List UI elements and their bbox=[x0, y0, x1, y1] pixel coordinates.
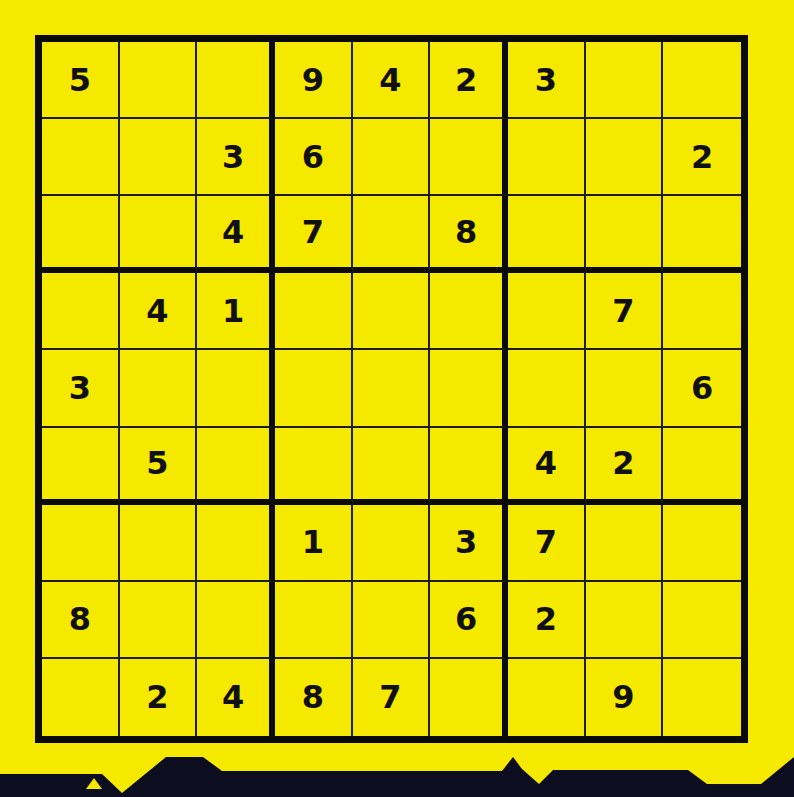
cell-r8c2[interactable] bbox=[120, 582, 198, 659]
trim-dark-band bbox=[0, 757, 794, 797]
cell-r9c1[interactable] bbox=[42, 659, 120, 736]
given-digit: 3 bbox=[69, 372, 91, 404]
cell-r7c6[interactable]: 3 bbox=[430, 505, 508, 582]
cell-r6c6[interactable] bbox=[430, 428, 508, 505]
cell-r6c7[interactable]: 4 bbox=[508, 428, 586, 505]
given-digit: 8 bbox=[69, 603, 91, 635]
cell-r4c9[interactable] bbox=[663, 273, 741, 350]
cell-r9c5[interactable]: 7 bbox=[353, 659, 431, 736]
cell-r4c8[interactable]: 7 bbox=[586, 273, 664, 350]
cell-r7c2[interactable] bbox=[120, 505, 198, 582]
cell-r2c2[interactable] bbox=[120, 119, 198, 196]
given-digit: 7 bbox=[535, 526, 557, 558]
cell-r9c4[interactable]: 8 bbox=[275, 659, 353, 736]
given-digit: 4 bbox=[535, 447, 557, 479]
cell-r8c3[interactable] bbox=[197, 582, 275, 659]
cell-r4c6[interactable] bbox=[430, 273, 508, 350]
cell-r5c9[interactable]: 6 bbox=[663, 350, 741, 427]
cell-r8c8[interactable] bbox=[586, 582, 664, 659]
given-digit: 4 bbox=[146, 295, 168, 327]
cell-r6c4[interactable] bbox=[275, 428, 353, 505]
cell-r9c9[interactable] bbox=[663, 659, 741, 736]
cell-r3c2[interactable] bbox=[120, 196, 198, 273]
given-digit: 7 bbox=[612, 295, 634, 327]
given-digit: 8 bbox=[455, 216, 477, 248]
cell-r9c2[interactable]: 2 bbox=[120, 659, 198, 736]
cell-r7c4[interactable]: 1 bbox=[275, 505, 353, 582]
given-digit: 6 bbox=[302, 141, 324, 173]
cell-r4c4[interactable] bbox=[275, 273, 353, 350]
cell-r3c3[interactable]: 4 bbox=[197, 196, 275, 273]
cell-r1c6[interactable]: 2 bbox=[430, 42, 508, 119]
cell-r1c7[interactable]: 3 bbox=[508, 42, 586, 119]
cell-r3c6[interactable]: 8 bbox=[430, 196, 508, 273]
cell-r6c3[interactable] bbox=[197, 428, 275, 505]
cell-r1c8[interactable] bbox=[586, 42, 664, 119]
cell-r3c9[interactable] bbox=[663, 196, 741, 273]
cell-r2c5[interactable] bbox=[353, 119, 431, 196]
cell-r6c1[interactable] bbox=[42, 428, 120, 505]
given-digit: 4 bbox=[222, 216, 244, 248]
cell-r8c5[interactable] bbox=[353, 582, 431, 659]
cell-r4c3[interactable]: 1 bbox=[197, 273, 275, 350]
cell-r6c8[interactable]: 2 bbox=[586, 428, 664, 505]
given-digit: 2 bbox=[146, 681, 168, 713]
given-digit: 7 bbox=[302, 216, 324, 248]
cell-r3c4[interactable]: 7 bbox=[275, 196, 353, 273]
cell-r7c3[interactable] bbox=[197, 505, 275, 582]
cell-r7c7[interactable]: 7 bbox=[508, 505, 586, 582]
cell-r2c9[interactable]: 2 bbox=[663, 119, 741, 196]
cell-r5c5[interactable] bbox=[353, 350, 431, 427]
cell-r4c1[interactable] bbox=[42, 273, 120, 350]
given-digit: 6 bbox=[691, 372, 713, 404]
cell-r5c7[interactable] bbox=[508, 350, 586, 427]
given-digit: 3 bbox=[222, 141, 244, 173]
cell-r7c5[interactable] bbox=[353, 505, 431, 582]
cell-r4c2[interactable]: 4 bbox=[120, 273, 198, 350]
cell-r5c2[interactable] bbox=[120, 350, 198, 427]
cell-r7c8[interactable] bbox=[586, 505, 664, 582]
cell-r2c1[interactable] bbox=[42, 119, 120, 196]
cell-r1c5[interactable]: 4 bbox=[353, 42, 431, 119]
given-digit: 2 bbox=[612, 447, 634, 479]
given-digit: 9 bbox=[612, 681, 634, 713]
cell-r2c8[interactable] bbox=[586, 119, 664, 196]
cell-r5c4[interactable] bbox=[275, 350, 353, 427]
cell-r4c7[interactable] bbox=[508, 273, 586, 350]
cell-r9c7[interactable] bbox=[508, 659, 586, 736]
given-digit: 6 bbox=[455, 603, 477, 635]
cell-r1c3[interactable] bbox=[197, 42, 275, 119]
trim-accent-triangle bbox=[86, 778, 102, 789]
cell-r2c6[interactable] bbox=[430, 119, 508, 196]
cell-r3c8[interactable] bbox=[586, 196, 664, 273]
cell-r8c7[interactable]: 2 bbox=[508, 582, 586, 659]
cell-r5c1[interactable]: 3 bbox=[42, 350, 120, 427]
cell-r2c4[interactable]: 6 bbox=[275, 119, 353, 196]
cell-r9c8[interactable]: 9 bbox=[586, 659, 664, 736]
cell-r6c5[interactable] bbox=[353, 428, 431, 505]
cell-r8c4[interactable] bbox=[275, 582, 353, 659]
cell-r8c6[interactable]: 6 bbox=[430, 582, 508, 659]
cell-r1c1[interactable]: 5 bbox=[42, 42, 120, 119]
cell-r5c6[interactable] bbox=[430, 350, 508, 427]
given-digit: 8 bbox=[302, 681, 324, 713]
given-digit: 1 bbox=[222, 295, 244, 327]
sudoku-board: 594233624784173654213786224879 bbox=[35, 35, 748, 743]
cell-r3c5[interactable] bbox=[353, 196, 431, 273]
cell-r1c4[interactable]: 9 bbox=[275, 42, 353, 119]
given-digit: 3 bbox=[535, 64, 557, 96]
cell-r1c2[interactable] bbox=[120, 42, 198, 119]
cell-r9c3[interactable]: 4 bbox=[197, 659, 275, 736]
cell-r6c9[interactable] bbox=[663, 428, 741, 505]
cell-r7c9[interactable] bbox=[663, 505, 741, 582]
given-digit: 5 bbox=[69, 64, 91, 96]
cell-r3c7[interactable] bbox=[508, 196, 586, 273]
given-digit: 3 bbox=[455, 526, 477, 558]
cell-r6c2[interactable]: 5 bbox=[120, 428, 198, 505]
given-digit: 5 bbox=[146, 447, 168, 479]
given-digit: 4 bbox=[379, 64, 401, 96]
given-digit: 2 bbox=[691, 141, 713, 173]
cell-r4c5[interactable] bbox=[353, 273, 431, 350]
cell-r1c9[interactable] bbox=[663, 42, 741, 119]
cell-r8c1[interactable]: 8 bbox=[42, 582, 120, 659]
given-digit: 9 bbox=[302, 64, 324, 96]
cell-r5c3[interactable] bbox=[197, 350, 275, 427]
given-digit: 1 bbox=[302, 526, 324, 558]
given-digit: 4 bbox=[222, 681, 244, 713]
given-digit: 7 bbox=[379, 681, 401, 713]
cell-r7c1[interactable] bbox=[42, 505, 120, 582]
cell-r3c1[interactable] bbox=[42, 196, 120, 273]
cell-r8c9[interactable] bbox=[663, 582, 741, 659]
cell-r5c8[interactable] bbox=[586, 350, 664, 427]
given-digit: 2 bbox=[535, 603, 557, 635]
cell-r2c7[interactable] bbox=[508, 119, 586, 196]
cell-r9c6[interactable] bbox=[430, 659, 508, 736]
given-digit: 2 bbox=[455, 64, 477, 96]
cell-r2c3[interactable]: 3 bbox=[197, 119, 275, 196]
